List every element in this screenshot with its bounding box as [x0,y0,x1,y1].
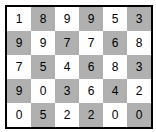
grid-cell[interactable]: 9 [7,79,31,103]
grid-cell[interactable]: 6 [79,55,103,79]
grid-cell[interactable]: 5 [31,55,55,79]
grid-cell[interactable]: 7 [55,31,79,55]
grid-cell[interactable]: 5 [103,7,127,31]
grid-cell[interactable]: 0 [103,103,127,127]
grid-cell[interactable]: 8 [127,31,151,55]
grid-cell[interactable]: 9 [79,7,103,31]
grid-cell[interactable]: 2 [127,79,151,103]
grid-cell[interactable]: 9 [31,31,55,55]
puzzle-board: 189953997768754683903642052200 [5,5,153,129]
grid-cell[interactable]: 4 [55,55,79,79]
grid-cell[interactable]: 2 [55,103,79,127]
grid-cell[interactable]: 3 [127,7,151,31]
grid-cell[interactable]: 6 [103,31,127,55]
grid-cell[interactable]: 9 [7,31,31,55]
grid-cell[interactable]: 0 [127,103,151,127]
grid-cell[interactable]: 0 [7,103,31,127]
page: 189953997768754683903642052200 [0,0,156,132]
grid-cell[interactable]: 3 [127,55,151,79]
grid-cell[interactable]: 1 [7,7,31,31]
grid-cell[interactable]: 0 [31,79,55,103]
grid-cell[interactable]: 7 [79,31,103,55]
grid-cell[interactable]: 4 [103,79,127,103]
grid-cell[interactable]: 8 [31,7,55,31]
grid-cell[interactable]: 3 [55,79,79,103]
grid-cell[interactable]: 6 [79,79,103,103]
grid-cell[interactable]: 2 [79,103,103,127]
grid-cell[interactable]: 9 [55,7,79,31]
grid-cell[interactable]: 5 [31,103,55,127]
grid-cell[interactable]: 7 [7,55,31,79]
grid-cell[interactable]: 8 [103,55,127,79]
